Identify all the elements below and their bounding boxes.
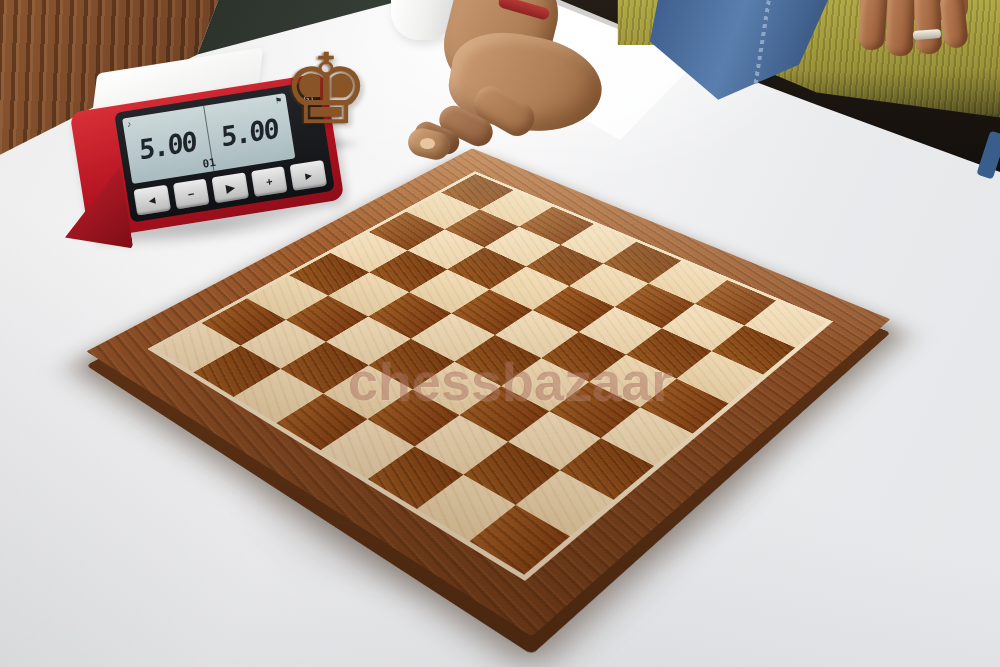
photo-scene: chessbazaar ♪ 5.00 ⚑ 5.00 01 DGT ◄−▶+ xyxy=(0,0,1000,667)
forward-button: ► xyxy=(290,160,327,191)
plus-button: + xyxy=(251,166,288,197)
board-square xyxy=(415,415,508,474)
board-square xyxy=(321,419,415,479)
board-square xyxy=(234,369,324,423)
board-square xyxy=(367,446,463,509)
board-square xyxy=(559,438,654,500)
back-button: ◄ xyxy=(133,185,170,216)
board-square xyxy=(601,407,693,466)
resting-hand-finger xyxy=(914,0,942,54)
board-square xyxy=(417,474,516,541)
minus-button: − xyxy=(173,178,210,209)
finger-ring-band xyxy=(913,29,942,40)
play-pause-button: ▶ xyxy=(212,172,249,203)
sound-icon: ♪ xyxy=(126,120,131,130)
board-square xyxy=(464,442,560,505)
watermark-text: chessbazaar xyxy=(348,350,672,412)
resting-hand-finger xyxy=(886,0,915,56)
board-square xyxy=(508,411,601,470)
board-square xyxy=(193,345,281,397)
board-square xyxy=(516,470,614,536)
thumbnail xyxy=(420,138,435,149)
wooden-king-piece: ♚ xyxy=(282,40,370,138)
board-square xyxy=(676,351,763,403)
board-square xyxy=(469,504,570,574)
